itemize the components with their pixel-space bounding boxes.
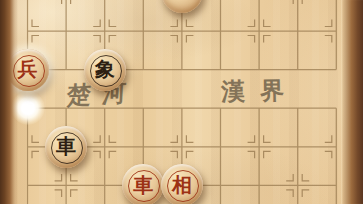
piece-character: 兵	[7, 49, 49, 91]
piece-character: 相	[161, 164, 203, 204]
piece-black-elephant[interactable]: 象	[84, 49, 126, 91]
piece-character	[161, 0, 203, 13]
piece-unknown-unknown-cutoff[interactable]	[161, 0, 203, 13]
piece-red-chariot[interactable]: 車	[122, 164, 164, 204]
xiangqi-board: 楚河 漢界 兵象車車相	[0, 0, 363, 204]
piece-black-chariot[interactable]: 車	[45, 126, 87, 168]
piece-character: 車	[45, 126, 87, 168]
piece-character: 車	[122, 164, 164, 204]
piece-layer: 兵象車車相	[0, 0, 363, 204]
piece-character: 象	[84, 49, 126, 91]
piece-red-soldier[interactable]: 兵	[7, 49, 49, 91]
piece-red-minister[interactable]: 相	[161, 164, 203, 204]
